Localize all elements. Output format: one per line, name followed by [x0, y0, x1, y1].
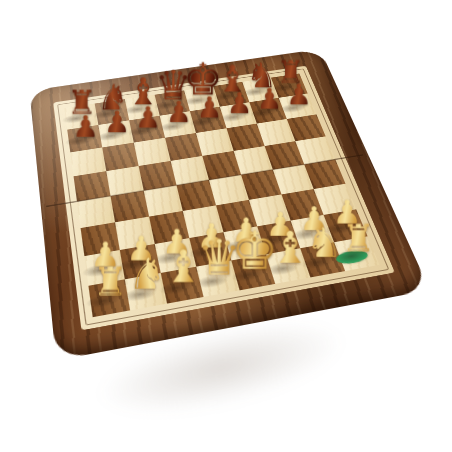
piece-white-rook-a1[interactable]: ♜	[83, 262, 137, 301]
square-d4[interactable]	[177, 180, 217, 211]
square-b5[interactable]	[106, 166, 143, 196]
scene: ♜♞♝♛♚♝♞♜♟♟♟♟♟♟♟♟♟♟♟♟♟♟♟♟♜♞♝♛♚♝♞♜	[0, 0, 452, 452]
square-a5[interactable]	[74, 171, 111, 201]
